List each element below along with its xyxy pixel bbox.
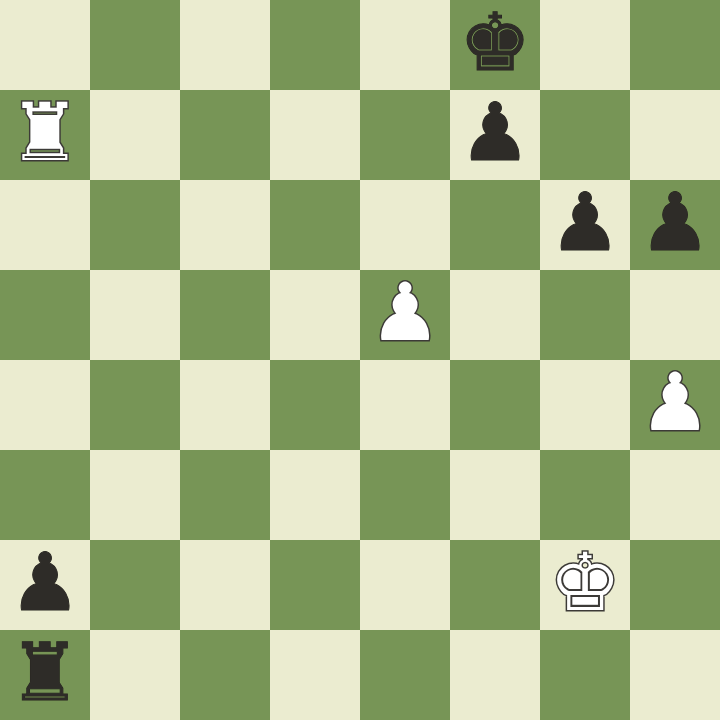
square-b5[interactable] <box>90 270 180 360</box>
square-f8[interactable]: ♚ <box>450 0 540 90</box>
square-d2[interactable] <box>270 540 360 630</box>
square-e6[interactable] <box>360 180 450 270</box>
square-a6[interactable] <box>0 180 90 270</box>
piece-black-pawn[interactable]: ♟ <box>9 543 81 623</box>
square-e2[interactable] <box>360 540 450 630</box>
square-h5[interactable] <box>630 270 720 360</box>
square-g1[interactable] <box>540 630 630 720</box>
square-h1[interactable] <box>630 630 720 720</box>
square-c3[interactable] <box>180 450 270 540</box>
square-d7[interactable] <box>270 90 360 180</box>
square-d8[interactable] <box>270 0 360 90</box>
square-a4[interactable] <box>0 360 90 450</box>
square-c4[interactable] <box>180 360 270 450</box>
piece-white-pawn[interactable]: ♟ <box>369 273 441 353</box>
square-e5[interactable]: ♟ <box>360 270 450 360</box>
square-g8[interactable] <box>540 0 630 90</box>
square-c1[interactable] <box>180 630 270 720</box>
piece-black-king[interactable]: ♚ <box>459 3 531 83</box>
piece-white-king[interactable]: ♚ <box>549 543 621 623</box>
square-c2[interactable] <box>180 540 270 630</box>
square-f2[interactable] <box>450 540 540 630</box>
square-a3[interactable] <box>0 450 90 540</box>
square-e8[interactable] <box>360 0 450 90</box>
square-f3[interactable] <box>450 450 540 540</box>
square-f6[interactable] <box>450 180 540 270</box>
square-e1[interactable] <box>360 630 450 720</box>
square-h6[interactable]: ♟ <box>630 180 720 270</box>
square-c8[interactable] <box>180 0 270 90</box>
square-g5[interactable] <box>540 270 630 360</box>
square-d6[interactable] <box>270 180 360 270</box>
square-g7[interactable] <box>540 90 630 180</box>
square-d1[interactable] <box>270 630 360 720</box>
piece-black-pawn[interactable]: ♟ <box>549 183 621 263</box>
square-f7[interactable]: ♟ <box>450 90 540 180</box>
square-d5[interactable] <box>270 270 360 360</box>
square-b1[interactable] <box>90 630 180 720</box>
square-h8[interactable] <box>630 0 720 90</box>
square-g4[interactable] <box>540 360 630 450</box>
square-h3[interactable] <box>630 450 720 540</box>
square-h4[interactable]: ♟ <box>630 360 720 450</box>
square-b6[interactable] <box>90 180 180 270</box>
square-b3[interactable] <box>90 450 180 540</box>
square-b7[interactable] <box>90 90 180 180</box>
piece-white-pawn[interactable]: ♟ <box>639 363 711 443</box>
square-f1[interactable] <box>450 630 540 720</box>
square-e3[interactable] <box>360 450 450 540</box>
square-b2[interactable] <box>90 540 180 630</box>
square-e4[interactable] <box>360 360 450 450</box>
square-c5[interactable] <box>180 270 270 360</box>
square-d3[interactable] <box>270 450 360 540</box>
square-b8[interactable] <box>90 0 180 90</box>
square-f4[interactable] <box>450 360 540 450</box>
square-f5[interactable] <box>450 270 540 360</box>
piece-white-rook[interactable]: ♜ <box>9 93 81 173</box>
square-c6[interactable] <box>180 180 270 270</box>
piece-black-pawn[interactable]: ♟ <box>639 183 711 263</box>
square-g2[interactable]: ♚ <box>540 540 630 630</box>
square-c7[interactable] <box>180 90 270 180</box>
square-a1[interactable]: ♜ <box>0 630 90 720</box>
square-h7[interactable] <box>630 90 720 180</box>
square-a8[interactable] <box>0 0 90 90</box>
piece-black-pawn[interactable]: ♟ <box>459 93 531 173</box>
chess-board: ♚♜♟♟♟♟♟♟♚♜ <box>0 0 720 720</box>
square-d4[interactable] <box>270 360 360 450</box>
square-a5[interactable] <box>0 270 90 360</box>
square-e7[interactable] <box>360 90 450 180</box>
square-a7[interactable]: ♜ <box>0 90 90 180</box>
square-a2[interactable]: ♟ <box>0 540 90 630</box>
piece-black-rook[interactable]: ♜ <box>9 633 81 713</box>
square-b4[interactable] <box>90 360 180 450</box>
square-g3[interactable] <box>540 450 630 540</box>
square-h2[interactable] <box>630 540 720 630</box>
square-g6[interactable]: ♟ <box>540 180 630 270</box>
